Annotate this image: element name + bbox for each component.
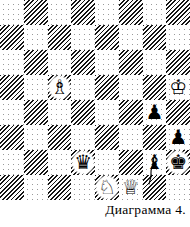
square-d1 <box>71 175 95 200</box>
square-g5 <box>143 75 167 100</box>
chess-board: ♗♔♟♟♛♝♚♘♕ <box>0 0 190 200</box>
square-f7 <box>119 25 143 50</box>
square-c6 <box>48 50 72 75</box>
square-a4 <box>0 100 24 125</box>
square-h1 <box>166 175 190 200</box>
square-d5 <box>71 75 95 100</box>
square-h6 <box>166 50 190 75</box>
square-e8 <box>95 0 119 25</box>
square-c2 <box>48 150 72 175</box>
square-a1 <box>0 175 24 200</box>
square-c5: ♗ <box>48 75 72 100</box>
square-d6 <box>71 50 95 75</box>
diagram-page: ♗♔♟♟♛♝♚♘♕ Диаграмма 4. <box>0 0 190 227</box>
square-b6 <box>24 50 48 75</box>
square-e5 <box>95 75 119 100</box>
square-h4 <box>166 100 190 125</box>
square-a3 <box>0 125 24 150</box>
square-e7 <box>95 25 119 50</box>
square-d7 <box>71 25 95 50</box>
square-c1 <box>48 175 72 200</box>
square-g7 <box>143 25 167 50</box>
square-b1 <box>24 175 48 200</box>
square-f3 <box>119 125 143 150</box>
square-f4 <box>119 100 143 125</box>
piece-black-queen-d2: ♛ <box>71 150 95 175</box>
square-b8 <box>24 0 48 25</box>
square-g6 <box>143 50 167 75</box>
diagram-caption: Диаграмма 4. <box>0 202 186 218</box>
square-g2: ♝ <box>143 150 167 175</box>
square-g1 <box>143 175 167 200</box>
square-b4 <box>24 100 48 125</box>
square-b7 <box>24 25 48 50</box>
square-g8 <box>143 0 167 25</box>
square-g4: ♟ <box>143 100 167 125</box>
square-b5 <box>24 75 48 100</box>
piece-black-pawn-g4: ♟ <box>145 100 163 125</box>
piece-black-king-h2: ♚ <box>166 150 190 175</box>
piece-black-bishop-g2: ♝ <box>145 150 163 175</box>
square-a6 <box>0 50 24 75</box>
square-f6 <box>119 50 143 75</box>
square-d3 <box>71 125 95 150</box>
square-e6 <box>95 50 119 75</box>
square-h3: ♟ <box>166 125 190 150</box>
square-d2: ♛ <box>71 150 95 175</box>
square-a8 <box>0 0 24 25</box>
square-e2 <box>95 150 119 175</box>
square-d4 <box>71 100 95 125</box>
square-c3 <box>48 125 72 150</box>
square-e1: ♘ <box>95 175 119 200</box>
piece-black-pawn-h3: ♟ <box>169 125 187 150</box>
square-c4 <box>48 100 72 125</box>
square-f8 <box>119 0 143 25</box>
square-a5 <box>0 75 24 100</box>
square-a2 <box>0 150 24 175</box>
piece-white-king-h5: ♔ <box>169 75 187 100</box>
square-h5: ♔ <box>166 75 190 100</box>
square-g3 <box>143 125 167 150</box>
square-f1: ♕ <box>119 175 143 200</box>
piece-white-bishop-c5: ♗ <box>48 75 72 100</box>
square-h2: ♚ <box>166 150 190 175</box>
square-a7 <box>0 25 24 50</box>
square-b3 <box>24 125 48 150</box>
square-h7 <box>166 25 190 50</box>
square-b2 <box>24 150 48 175</box>
square-e4 <box>95 100 119 125</box>
square-f5 <box>119 75 143 100</box>
square-c8 <box>48 0 72 25</box>
square-c7 <box>48 25 72 50</box>
square-d8 <box>71 0 95 25</box>
piece-white-knight-e1: ♘ <box>95 175 119 200</box>
piece-white-queen-f1: ♕ <box>122 175 140 200</box>
square-f2 <box>119 150 143 175</box>
square-e3 <box>95 125 119 150</box>
square-h8 <box>166 0 190 25</box>
